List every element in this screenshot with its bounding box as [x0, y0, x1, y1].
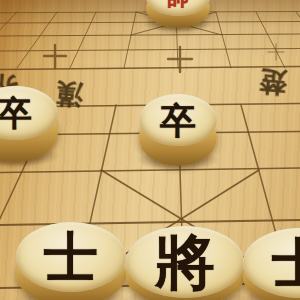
piece-black-advisor-left[interactable]: 士	[16, 222, 126, 300]
black-general-glyph: 將	[126, 232, 244, 292]
piece-black-soldier-left[interactable]: 卒	[0, 86, 58, 162]
piece-black-advisor-right[interactable]: 士	[243, 228, 300, 300]
black-advisor-left-glyph: 士	[16, 230, 126, 284]
piece-black-general[interactable]: 將	[126, 226, 244, 300]
xiangqi-board-photo: 界漢楚 帥卒卒士將士	[0, 0, 300, 300]
red-general-glyph: 帥	[146, 0, 210, 8]
river-inscription-2: 楚	[258, 63, 288, 101]
piece-red-general[interactable]: 帥	[146, 0, 210, 28]
black-advisor-right-glyph: 士	[243, 236, 300, 290]
black-soldier-left-glyph: 卒	[0, 96, 58, 130]
piece-black-soldier-center[interactable]: 卒	[139, 94, 217, 166]
black-soldier-center-glyph: 卒	[139, 102, 217, 138]
river-inscription-1: 漢	[54, 75, 84, 113]
